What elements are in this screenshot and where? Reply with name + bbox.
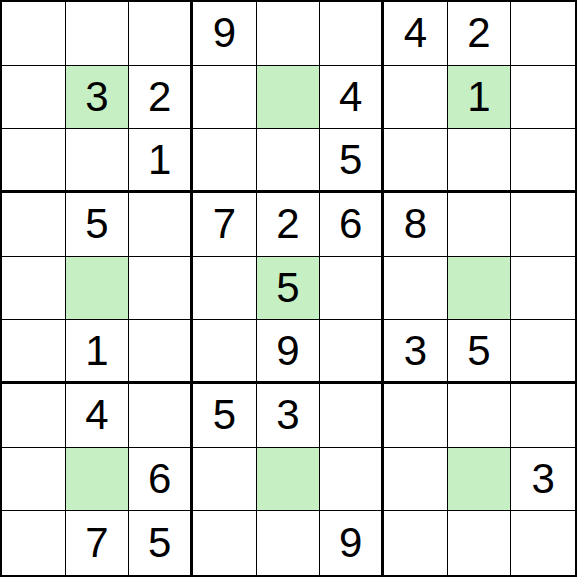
cell-digit: 5 <box>148 522 171 564</box>
sudoku-cell[interactable] <box>257 2 321 66</box>
sudoku-cell[interactable]: 5 <box>193 384 257 448</box>
sudoku-cell[interactable]: 3 <box>257 384 321 448</box>
sudoku-cell[interactable] <box>66 2 130 66</box>
sudoku-cell[interactable] <box>193 66 257 130</box>
sudoku-cell[interactable]: 2 <box>448 2 512 66</box>
cell-digit: 9 <box>213 12 236 54</box>
cell-digit: 4 <box>404 12 427 54</box>
cell-digit: 4 <box>85 394 108 436</box>
sudoku-cell[interactable] <box>2 66 66 130</box>
sudoku-cell[interactable]: 9 <box>257 320 321 384</box>
cell-digit: 4 <box>339 76 362 118</box>
cell-digit: 3 <box>404 330 427 372</box>
sudoku-cell[interactable]: 9 <box>320 511 384 575</box>
sudoku-cell[interactable] <box>448 384 512 448</box>
sudoku-cell[interactable]: 2 <box>257 193 321 257</box>
sudoku-cell[interactable] <box>448 129 512 193</box>
sudoku-cell[interactable] <box>320 2 384 66</box>
cell-digit: 9 <box>339 522 362 564</box>
cell-digit: 2 <box>276 203 299 245</box>
sudoku-cell[interactable] <box>448 193 512 257</box>
sudoku-cell[interactable]: 5 <box>129 511 193 575</box>
cell-digit: 5 <box>276 267 299 309</box>
sudoku-cell[interactable] <box>511 511 575 575</box>
cell-digit: 5 <box>339 139 362 181</box>
sudoku-cell[interactable] <box>511 2 575 66</box>
sudoku-cell[interactable] <box>511 193 575 257</box>
sudoku-cell[interactable]: 5 <box>257 257 321 321</box>
sudoku-cell[interactable] <box>129 257 193 321</box>
cell-digit: 1 <box>85 330 108 372</box>
sudoku-cell[interactable] <box>511 129 575 193</box>
sudoku-cell[interactable] <box>2 2 66 66</box>
sudoku-cell[interactable] <box>193 448 257 512</box>
sudoku-cell[interactable] <box>2 320 66 384</box>
sudoku-cell[interactable] <box>257 448 321 512</box>
sudoku-cell[interactable] <box>448 448 512 512</box>
sudoku-cell[interactable] <box>511 384 575 448</box>
sudoku-cell[interactable] <box>2 193 66 257</box>
sudoku-cell[interactable]: 1 <box>129 129 193 193</box>
cell-digit: 3 <box>531 458 554 500</box>
sudoku-cell[interactable]: 8 <box>384 193 448 257</box>
sudoku-cell[interactable]: 3 <box>66 66 130 130</box>
sudoku-cell[interactable] <box>257 66 321 130</box>
sudoku-cell[interactable] <box>320 448 384 512</box>
cell-digit: 6 <box>148 458 171 500</box>
sudoku-cell[interactable]: 5 <box>66 193 130 257</box>
sudoku-cell[interactable] <box>66 129 130 193</box>
sudoku-cell[interactable] <box>2 129 66 193</box>
sudoku-cell[interactable]: 5 <box>448 320 512 384</box>
sudoku-cell[interactable] <box>448 257 512 321</box>
sudoku-cell[interactable] <box>320 384 384 448</box>
sudoku-cell[interactable] <box>129 193 193 257</box>
sudoku-cell[interactable] <box>66 257 130 321</box>
cell-digit: 2 <box>148 76 171 118</box>
sudoku-board: 942324115572685193545363759 <box>0 0 577 577</box>
sudoku-cell[interactable] <box>384 257 448 321</box>
sudoku-cell[interactable] <box>384 511 448 575</box>
cell-digit: 3 <box>85 76 108 118</box>
cell-digit: 5 <box>213 394 236 436</box>
cell-digit: 7 <box>85 522 108 564</box>
sudoku-cell[interactable] <box>384 448 448 512</box>
cell-digit: 6 <box>339 203 362 245</box>
sudoku-cell[interactable] <box>384 384 448 448</box>
sudoku-cell[interactable] <box>320 257 384 321</box>
sudoku-cell[interactable] <box>384 66 448 130</box>
sudoku-cell[interactable]: 6 <box>320 193 384 257</box>
sudoku-cell[interactable]: 4 <box>66 384 130 448</box>
cell-digit: 8 <box>404 203 427 245</box>
sudoku-cell[interactable] <box>193 257 257 321</box>
sudoku-cell[interactable] <box>193 511 257 575</box>
sudoku-cell[interactable] <box>193 129 257 193</box>
cell-digit: 7 <box>213 203 236 245</box>
sudoku-cell[interactable] <box>66 448 130 512</box>
sudoku-cell[interactable] <box>2 257 66 321</box>
sudoku-cell[interactable] <box>2 448 66 512</box>
sudoku-cell[interactable]: 5 <box>320 129 384 193</box>
cell-digit: 2 <box>467 12 490 54</box>
sudoku-cell[interactable] <box>257 129 321 193</box>
sudoku-cell[interactable]: 1 <box>66 320 130 384</box>
sudoku-cell[interactable] <box>511 257 575 321</box>
sudoku-cell[interactable] <box>129 2 193 66</box>
sudoku-cell[interactable]: 3 <box>511 448 575 512</box>
sudoku-cell[interactable]: 3 <box>384 320 448 384</box>
sudoku-cell[interactable] <box>511 320 575 384</box>
sudoku-cell[interactable] <box>257 511 321 575</box>
cell-digit: 5 <box>467 330 490 372</box>
sudoku-cell[interactable]: 7 <box>193 193 257 257</box>
sudoku-cell[interactable] <box>129 384 193 448</box>
cell-digit: 1 <box>148 139 171 181</box>
sudoku-cell[interactable]: 2 <box>129 66 193 130</box>
sudoku-cell[interactable]: 6 <box>129 448 193 512</box>
sudoku-cell[interactable] <box>511 66 575 130</box>
cell-digit: 9 <box>276 330 299 372</box>
sudoku-cell[interactable]: 4 <box>320 66 384 130</box>
sudoku-cell[interactable] <box>193 320 257 384</box>
cell-digit: 1 <box>467 76 490 118</box>
sudoku-cell[interactable] <box>384 129 448 193</box>
sudoku-cell[interactable]: 1 <box>448 66 512 130</box>
sudoku-cell[interactable] <box>448 511 512 575</box>
sudoku-cell[interactable] <box>2 384 66 448</box>
sudoku-cell[interactable] <box>320 320 384 384</box>
sudoku-cell[interactable]: 4 <box>384 2 448 66</box>
sudoku-cell[interactable] <box>129 320 193 384</box>
cell-digit: 3 <box>276 394 299 436</box>
cell-digit: 5 <box>85 203 108 245</box>
sudoku-cell[interactable]: 9 <box>193 2 257 66</box>
sudoku-cell[interactable] <box>2 511 66 575</box>
sudoku-cell[interactable]: 7 <box>66 511 130 575</box>
